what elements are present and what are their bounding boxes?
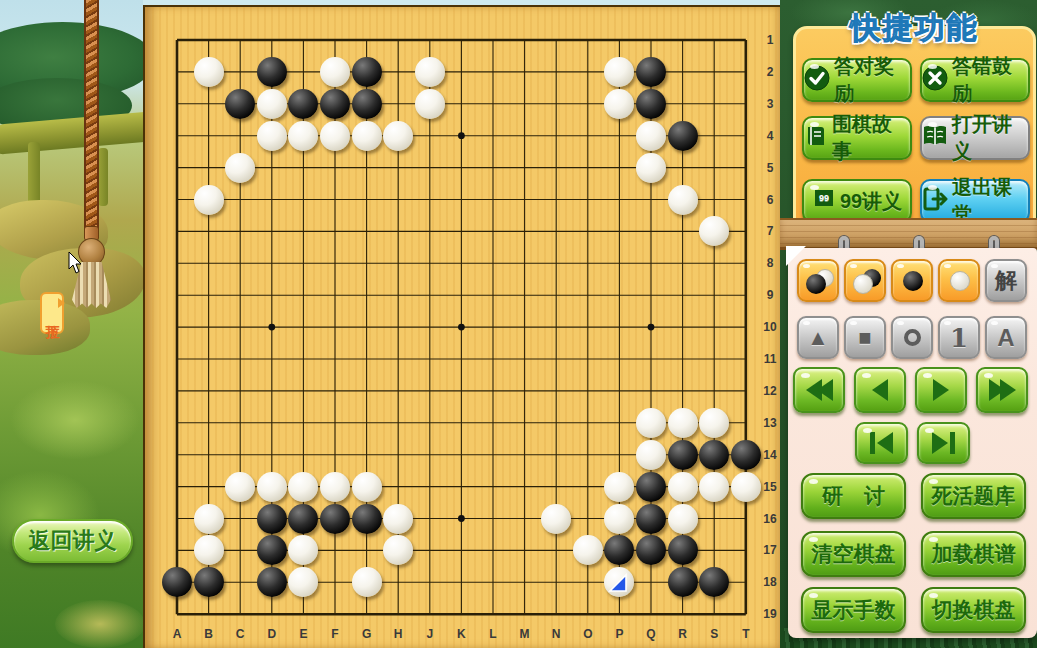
return-to-lecture-button[interactable]: 返回讲义 — [12, 519, 133, 563]
col-label-G: G — [357, 627, 377, 641]
black-stone-G16[interactable] — [352, 504, 382, 534]
col-label-F: F — [325, 627, 345, 641]
button-gloss — [862, 373, 871, 378]
white-stone-S15[interactable] — [699, 472, 729, 502]
white-stone-R13[interactable] — [668, 408, 698, 438]
white-stone-B16[interactable] — [194, 504, 224, 534]
col-label-M: M — [515, 627, 535, 641]
white-stone-G4[interactable] — [352, 121, 382, 151]
blue-triangle-marker — [604, 567, 634, 597]
solve-button[interactable]: 解 — [985, 259, 1027, 302]
white-stone-D4[interactable] — [257, 121, 287, 151]
book-icon — [804, 124, 828, 153]
black-stone-R17[interactable] — [668, 535, 698, 565]
black-stone-Q2[interactable] — [636, 57, 666, 87]
switch-board-button[interactable]: 切换棋盘 — [921, 587, 1026, 633]
discuss-button[interactable]: 研 讨 — [801, 473, 906, 519]
pull-down-label: 下拉 — [40, 292, 64, 334]
col-label-T: T — [736, 627, 756, 641]
col-label-P: P — [609, 627, 629, 641]
button-gloss — [944, 321, 951, 325]
dirt-patch — [55, 600, 145, 648]
svg-text:99: 99 — [819, 193, 829, 203]
black-stone-F3[interactable] — [320, 89, 350, 119]
col-label-N: N — [546, 627, 566, 641]
button-gloss — [929, 593, 938, 598]
black-stone-D16[interactable] — [257, 504, 287, 534]
solve-label: 解 — [995, 266, 1017, 296]
col-label-E: E — [293, 627, 313, 641]
black-stone-D17[interactable] — [257, 535, 287, 565]
white-stone-R16[interactable] — [668, 504, 698, 534]
col-label-A: A — [167, 627, 187, 641]
nav-forward-button[interactable] — [915, 367, 967, 413]
button-gloss — [809, 537, 818, 542]
col-label-B: B — [199, 627, 219, 641]
mark-button-square[interactable]: ■ — [844, 316, 886, 359]
white-stone-E4[interactable] — [288, 121, 318, 151]
black-stone-Q15[interactable] — [636, 472, 666, 502]
stone-button-black-stone[interactable] — [891, 259, 933, 302]
check-circle-icon — [804, 65, 830, 96]
triangle-mark-icon: ▲ — [807, 325, 829, 351]
button-gloss — [801, 373, 810, 378]
number-mark-icon: 1 — [950, 323, 968, 353]
white-stone-S13[interactable] — [699, 408, 729, 438]
mark-button-circle[interactable] — [891, 316, 933, 359]
book-99-icon: 99 — [812, 187, 836, 216]
tool-page — [788, 248, 1037, 638]
quick-functions-panel: 答对奖励 答错鼓励 围棋故事 打开讲义 99 99讲义 退出课堂 — [793, 26, 1036, 232]
button-gloss — [810, 122, 819, 127]
action-button-label: 加载棋谱 — [932, 540, 1016, 568]
white-stone-B6[interactable] — [194, 185, 224, 215]
bamboo-post — [28, 142, 40, 208]
quick-button-5[interactable]: 99 99讲义 — [802, 179, 912, 223]
quick-button-1[interactable]: 答对奖励 — [802, 58, 912, 102]
button-gloss — [897, 264, 904, 268]
white-stone-Q13[interactable] — [636, 408, 666, 438]
black-stone-R18[interactable] — [668, 567, 698, 597]
button-gloss — [929, 479, 938, 484]
col-label-K: K — [451, 627, 471, 641]
action-button-label: 切换棋盘 — [932, 596, 1016, 624]
circle-mark-icon — [904, 329, 921, 346]
white-stone-E15[interactable] — [288, 472, 318, 502]
white-stone-Q5[interactable] — [636, 153, 666, 183]
col-label-S: S — [704, 627, 724, 641]
black-stone-G3[interactable] — [352, 89, 382, 119]
action-button-label: 显示手数 — [812, 596, 896, 624]
black-stone-E3[interactable] — [288, 89, 318, 119]
nav-backward-button[interactable] — [854, 367, 906, 413]
quick-button-label: 答对奖励 — [834, 53, 910, 107]
clear-board-button[interactable]: 清空棋盘 — [801, 531, 906, 577]
white-stone-C15[interactable] — [225, 472, 255, 502]
mark-button-triangle[interactable]: ▲ — [797, 316, 839, 359]
quick-button-label: 围棋故事 — [832, 111, 910, 165]
mark-button-letter-A[interactable]: A — [985, 316, 1027, 359]
col-label-J: J — [420, 627, 440, 641]
action-button-label: 死活题库 — [932, 482, 1016, 510]
open-book-icon — [922, 124, 948, 153]
button-gloss — [809, 593, 818, 598]
life-death-problems-button[interactable]: 死活题库 — [921, 473, 1026, 519]
white-stone-icon — [853, 274, 873, 294]
button-gloss — [850, 321, 857, 325]
white-stone-Q4[interactable] — [636, 121, 666, 151]
quick-button-label: 99讲义 — [840, 188, 902, 215]
action-button-label: 清空棋盘 — [812, 540, 896, 568]
button-gloss — [803, 264, 810, 268]
mark-button-number-1[interactable]: 1 — [938, 316, 980, 359]
white-stone-H4[interactable] — [383, 121, 413, 151]
button-gloss — [809, 479, 818, 484]
col-label-H: H — [388, 627, 408, 641]
white-stone-Q14[interactable] — [636, 440, 666, 470]
button-gloss — [810, 64, 819, 69]
white-stone-icon — [950, 271, 970, 291]
exit-icon — [922, 186, 948, 217]
button-gloss — [928, 185, 937, 190]
quick-button-6[interactable]: 退出课堂 — [920, 179, 1030, 223]
black-stone-Q16[interactable] — [636, 504, 666, 534]
col-label-O: O — [578, 627, 598, 641]
white-stone-B17[interactable] — [194, 535, 224, 565]
white-stone-F4[interactable] — [320, 121, 350, 151]
black-stone-D18[interactable] — [257, 567, 287, 597]
square-mark-icon: ■ — [858, 325, 871, 351]
black-stone-E16[interactable] — [288, 504, 318, 534]
white-stone-G18[interactable] — [352, 567, 382, 597]
col-label-C: C — [230, 627, 250, 641]
bamboo-post — [98, 148, 108, 206]
white-stone-F2[interactable] — [320, 57, 350, 87]
col-label-R: R — [673, 627, 693, 641]
button-gloss — [850, 264, 857, 268]
stone-button-alt-black-first[interactable] — [797, 259, 839, 302]
action-button-label: 研 讨 — [822, 482, 885, 510]
nav-to-end-button[interactable] — [917, 422, 970, 464]
letter-A-mark-icon: A — [997, 324, 1014, 352]
rope[interactable] — [84, 0, 99, 232]
button-gloss — [928, 64, 937, 69]
white-stone-N16[interactable] — [541, 504, 571, 534]
white-stone-P3[interactable] — [604, 89, 634, 119]
load-kifu-button[interactable]: 加载棋谱 — [921, 531, 1026, 577]
button-gloss — [991, 264, 998, 268]
black-stone-D2[interactable] — [257, 57, 287, 87]
button-gloss — [929, 537, 938, 542]
grass — [10, 380, 140, 460]
black-stone-R4[interactable] — [668, 121, 698, 151]
nav-fast-backward-button[interactable] — [793, 367, 845, 413]
button-gloss — [928, 122, 937, 127]
x-circle-icon — [922, 65, 948, 96]
quick-button-2[interactable]: 答错鼓励 — [920, 58, 1030, 102]
show-move-numbers-button[interactable]: 显示手数 — [801, 587, 906, 633]
white-stone-P18[interactable] — [604, 567, 634, 597]
white-stone-H16[interactable] — [383, 504, 413, 534]
quick-button-label: 打开讲义 — [952, 111, 1028, 165]
stone-button-white-stone[interactable] — [938, 259, 980, 302]
white-stone-R6[interactable] — [668, 185, 698, 215]
black-stone-F16[interactable] — [320, 504, 350, 534]
button-gloss — [863, 428, 872, 433]
white-stone-D15[interactable] — [257, 472, 287, 502]
white-stone-P16[interactable] — [604, 504, 634, 534]
white-stone-B2[interactable] — [194, 57, 224, 87]
white-stone-R15[interactable] — [668, 472, 698, 502]
white-stone-D3[interactable] — [257, 89, 287, 119]
white-stone-C5[interactable] — [225, 153, 255, 183]
black-stone-B18[interactable] — [194, 567, 224, 597]
button-gloss — [944, 264, 951, 268]
white-stone-G15[interactable] — [352, 472, 382, 502]
button-gloss — [991, 321, 998, 325]
quick-button-3[interactable]: 围棋故事 — [802, 116, 912, 160]
white-stone-J2[interactable] — [415, 57, 445, 87]
black-stone-icon — [903, 271, 923, 291]
app-window: 下拉 返回讲义 ABCDEFGHJKLMNOPQRST 123456789101… — [0, 0, 1037, 648]
white-stone-J3[interactable] — [415, 89, 445, 119]
quick-button-label: 答错鼓励 — [952, 53, 1028, 107]
nav-fast-forward-button[interactable] — [976, 367, 1028, 413]
go-board[interactable]: ABCDEFGHJKLMNOPQRST 12345678910111213141… — [143, 5, 782, 648]
black-stone-C3[interactable] — [225, 89, 255, 119]
button-gloss — [810, 185, 819, 190]
button-gloss — [925, 428, 934, 433]
col-label-D: D — [262, 627, 282, 641]
black-stone-icon — [806, 274, 826, 294]
white-stone-P15[interactable] — [604, 472, 634, 502]
nav-to-start-button[interactable] — [855, 422, 908, 464]
quick-button-4[interactable]: 打开讲义 — [920, 116, 1030, 160]
button-gloss — [923, 373, 932, 378]
black-stone-G2[interactable] — [352, 57, 382, 87]
button-gloss — [897, 321, 904, 325]
button-gloss — [984, 373, 993, 378]
mouse-cursor — [68, 252, 84, 274]
col-label-Q: Q — [641, 627, 661, 641]
quick-functions-title: 快捷功能 — [793, 8, 1036, 49]
black-stone-S14[interactable] — [699, 440, 729, 470]
stone-button-alt-white-first[interactable] — [844, 259, 886, 302]
col-label-L: L — [483, 627, 503, 641]
black-stone-Q3[interactable] — [636, 89, 666, 119]
white-stone-O17[interactable] — [573, 535, 603, 565]
white-stone-F15[interactable] — [320, 472, 350, 502]
black-stone-R14[interactable] — [668, 440, 698, 470]
button-gloss — [803, 321, 810, 325]
